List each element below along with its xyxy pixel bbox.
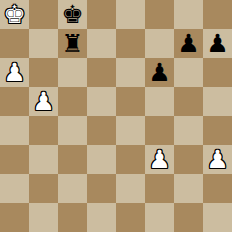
square-a6[interactable]: ♟ xyxy=(0,58,29,87)
square-e4[interactable] xyxy=(116,116,145,145)
square-e3[interactable] xyxy=(116,145,145,174)
white-king-piece[interactable]: ♚ xyxy=(3,0,25,29)
square-c8[interactable]: ♚ xyxy=(58,0,87,29)
square-c7[interactable]: ♜ xyxy=(58,29,87,58)
square-c4[interactable] xyxy=(58,116,87,145)
square-h7[interactable]: ♟ xyxy=(203,29,232,58)
square-f5[interactable] xyxy=(145,87,174,116)
square-a4[interactable] xyxy=(0,116,29,145)
square-a7[interactable] xyxy=(0,29,29,58)
square-f6[interactable]: ♟ xyxy=(145,58,174,87)
black-pawn-piece[interactable]: ♟ xyxy=(177,29,199,58)
black-pawn-piece[interactable]: ♟ xyxy=(206,29,228,58)
square-e7[interactable] xyxy=(116,29,145,58)
square-b7[interactable] xyxy=(29,29,58,58)
square-b2[interactable] xyxy=(29,174,58,203)
white-pawn-piece[interactable]: ♟ xyxy=(32,87,54,116)
square-d1[interactable] xyxy=(87,203,116,232)
square-e2[interactable] xyxy=(116,174,145,203)
square-c5[interactable] xyxy=(58,87,87,116)
square-a3[interactable] xyxy=(0,145,29,174)
square-b5[interactable]: ♟ xyxy=(29,87,58,116)
square-h6[interactable] xyxy=(203,58,232,87)
square-h4[interactable] xyxy=(203,116,232,145)
square-b6[interactable] xyxy=(29,58,58,87)
chess-board: ♚♚♜♟♟♟♟♟♟♟ xyxy=(0,0,232,232)
square-f4[interactable] xyxy=(145,116,174,145)
square-h2[interactable] xyxy=(203,174,232,203)
square-a1[interactable] xyxy=(0,203,29,232)
square-b8[interactable] xyxy=(29,0,58,29)
square-d7[interactable] xyxy=(87,29,116,58)
square-b4[interactable] xyxy=(29,116,58,145)
square-c2[interactable] xyxy=(58,174,87,203)
square-b1[interactable] xyxy=(29,203,58,232)
black-pawn-piece[interactable]: ♟ xyxy=(148,58,170,87)
square-h8[interactable] xyxy=(203,0,232,29)
square-g4[interactable] xyxy=(174,116,203,145)
black-rook-piece[interactable]: ♜ xyxy=(61,29,83,58)
square-a5[interactable] xyxy=(0,87,29,116)
square-d8[interactable] xyxy=(87,0,116,29)
square-e6[interactable] xyxy=(116,58,145,87)
square-g8[interactable] xyxy=(174,0,203,29)
white-pawn-piece[interactable]: ♟ xyxy=(206,145,228,174)
square-a8[interactable]: ♚ xyxy=(0,0,29,29)
square-b3[interactable] xyxy=(29,145,58,174)
square-f8[interactable] xyxy=(145,0,174,29)
square-f7[interactable] xyxy=(145,29,174,58)
white-pawn-piece[interactable]: ♟ xyxy=(3,58,25,87)
square-d2[interactable] xyxy=(87,174,116,203)
square-d6[interactable] xyxy=(87,58,116,87)
black-king-piece[interactable]: ♚ xyxy=(61,0,83,29)
square-g1[interactable] xyxy=(174,203,203,232)
square-f2[interactable] xyxy=(145,174,174,203)
square-d4[interactable] xyxy=(87,116,116,145)
square-a2[interactable] xyxy=(0,174,29,203)
square-g3[interactable] xyxy=(174,145,203,174)
square-h3[interactable]: ♟ xyxy=(203,145,232,174)
square-g6[interactable] xyxy=(174,58,203,87)
square-h5[interactable] xyxy=(203,87,232,116)
square-e5[interactable] xyxy=(116,87,145,116)
square-f1[interactable] xyxy=(145,203,174,232)
square-f3[interactable]: ♟ xyxy=(145,145,174,174)
square-d3[interactable] xyxy=(87,145,116,174)
square-g7[interactable]: ♟ xyxy=(174,29,203,58)
square-c6[interactable] xyxy=(58,58,87,87)
square-g5[interactable] xyxy=(174,87,203,116)
square-c1[interactable] xyxy=(58,203,87,232)
square-c3[interactable] xyxy=(58,145,87,174)
square-h1[interactable] xyxy=(203,203,232,232)
square-e8[interactable] xyxy=(116,0,145,29)
square-g2[interactable] xyxy=(174,174,203,203)
square-d5[interactable] xyxy=(87,87,116,116)
square-e1[interactable] xyxy=(116,203,145,232)
white-pawn-piece[interactable]: ♟ xyxy=(148,145,170,174)
